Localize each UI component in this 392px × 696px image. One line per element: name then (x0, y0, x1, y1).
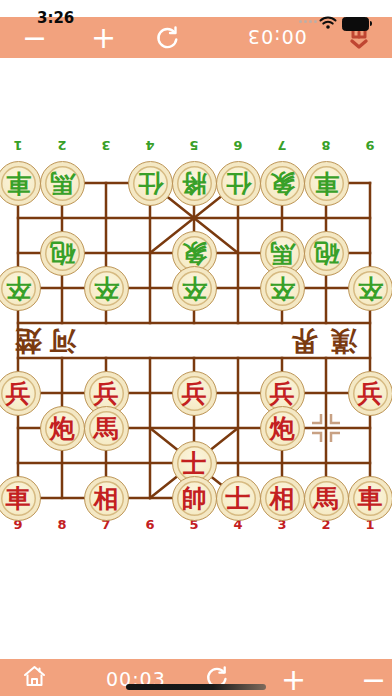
piece-glyph: 馬 (314, 482, 339, 515)
piece-glyph: 兵 (6, 377, 31, 410)
piece-black-仕[interactable]: 仕 (128, 161, 173, 206)
piece-glyph: 士 (182, 447, 207, 480)
piece-black-馬[interactable]: 馬 (40, 161, 85, 206)
piece-black-卒[interactable]: 卒 (348, 266, 392, 311)
file-label: 5 (172, 136, 216, 154)
piece-red-兵[interactable]: 兵 (172, 371, 217, 416)
piece-glyph: 車 (358, 482, 383, 515)
piece-glyph: 象 (270, 167, 295, 200)
piece-black-卒[interactable]: 卒 (172, 266, 217, 311)
piece-black-卒[interactable]: 卒 (260, 266, 305, 311)
piece-black-仕[interactable]: 仕 (216, 161, 261, 206)
piece-glyph: 兵 (358, 377, 383, 410)
piece-glyph: 車 (6, 482, 31, 515)
piece-glyph: 卒 (270, 272, 295, 305)
piece-black-象[interactable]: 象 (260, 161, 305, 206)
file-label: 9 (348, 136, 392, 154)
piece-glyph: 卒 (182, 272, 207, 305)
piece-red-炮[interactable]: 炮 (260, 406, 305, 451)
file-label: 7 (260, 136, 304, 154)
home-button[interactable] (22, 664, 47, 691)
piece-glyph: 象 (182, 237, 207, 270)
piece-red-相[interactable]: 相 (84, 476, 129, 521)
piece-red-馬[interactable]: 馬 (84, 406, 129, 451)
file-label: 6 (216, 136, 260, 154)
file-label: 2 (40, 136, 84, 154)
piece-glyph: 炮 (270, 412, 295, 445)
wifi-icon (319, 16, 337, 29)
piece-glyph: 卒 (358, 272, 383, 305)
piece-red-馬[interactable]: 馬 (304, 476, 349, 521)
cellular-signal-icon (299, 20, 317, 23)
piece-glyph: 車 (6, 167, 31, 200)
zoom-in-button-bottom[interactable]: + (281, 665, 306, 695)
piece-red-車[interactable]: 車 (0, 476, 41, 521)
piece-glyph: 將 (182, 167, 207, 200)
piece-glyph: 車 (314, 167, 339, 200)
piece-red-兵[interactable]: 兵 (0, 371, 41, 416)
piece-glyph: 相 (94, 482, 119, 515)
piece-black-車[interactable]: 車 (0, 161, 41, 206)
piece-black-馬[interactable]: 馬 (260, 231, 305, 276)
piece-red-相[interactable]: 相 (260, 476, 305, 521)
game-timer-top: 00:03 (247, 26, 307, 48)
file-labels-top: 123456789 (0, 136, 392, 154)
bottom-toolbar: 00:03 + − (0, 659, 392, 696)
piece-glyph: 卒 (94, 272, 119, 305)
file-label: 4 (128, 136, 172, 154)
piece-glyph: 帥 (182, 482, 207, 515)
zoom-out-button-top[interactable]: − (22, 23, 47, 53)
home-icon (22, 664, 47, 689)
home-indicator[interactable] (126, 684, 266, 690)
piece-glyph: 士 (226, 482, 251, 515)
zoom-in-button-top[interactable]: + (91, 23, 116, 53)
piece-black-砲[interactable]: 砲 (40, 231, 85, 276)
piece-glyph: 馬 (94, 412, 119, 445)
file-label: 1 (0, 136, 40, 154)
file-label: 6 (128, 516, 172, 534)
piece-black-卒[interactable]: 卒 (84, 266, 129, 311)
piece-red-車[interactable]: 車 (348, 476, 392, 521)
file-label: 8 (40, 516, 84, 534)
piece-glyph: 仕 (226, 167, 251, 200)
piece-red-兵[interactable]: 兵 (348, 371, 392, 416)
piece-black-將[interactable]: 將 (172, 161, 217, 206)
piece-black-卒[interactable]: 卒 (0, 266, 41, 311)
clock-label: 3:26 (37, 9, 74, 27)
piece-glyph: 相 (270, 482, 295, 515)
piece-glyph: 馬 (50, 167, 75, 200)
refresh-button-top[interactable] (154, 24, 181, 53)
refresh-icon (154, 24, 181, 51)
piece-red-炮[interactable]: 炮 (40, 406, 85, 451)
piece-glyph: 砲 (50, 237, 75, 270)
piece-glyph: 馬 (270, 237, 295, 270)
piece-glyph: 砲 (314, 237, 339, 270)
battery-icon (342, 17, 369, 31)
piece-black-象[interactable]: 象 (172, 231, 217, 276)
piece-glyph: 兵 (182, 377, 207, 410)
piece-glyph: 卒 (6, 272, 31, 305)
piece-black-砲[interactable]: 砲 (304, 231, 349, 276)
zoom-out-button-bottom[interactable]: − (361, 665, 386, 695)
piece-red-士[interactable]: 士 (216, 476, 261, 521)
piece-red-帥[interactable]: 帥 (172, 476, 217, 521)
piece-glyph: 兵 (270, 377, 295, 410)
file-label: 8 (304, 136, 348, 154)
piece-glyph: 兵 (94, 377, 119, 410)
piece-glyph: 炮 (50, 412, 75, 445)
piece-black-車[interactable]: 車 (304, 161, 349, 206)
pieces-layer[interactable]: 車馬仕將仕象車砲象馬砲卒卒卒卒卒兵兵兵兵兵炮馬炮士車相帥士相馬車 (0, 166, 392, 516)
file-label: 3 (84, 136, 128, 154)
piece-glyph: 仕 (138, 167, 163, 200)
